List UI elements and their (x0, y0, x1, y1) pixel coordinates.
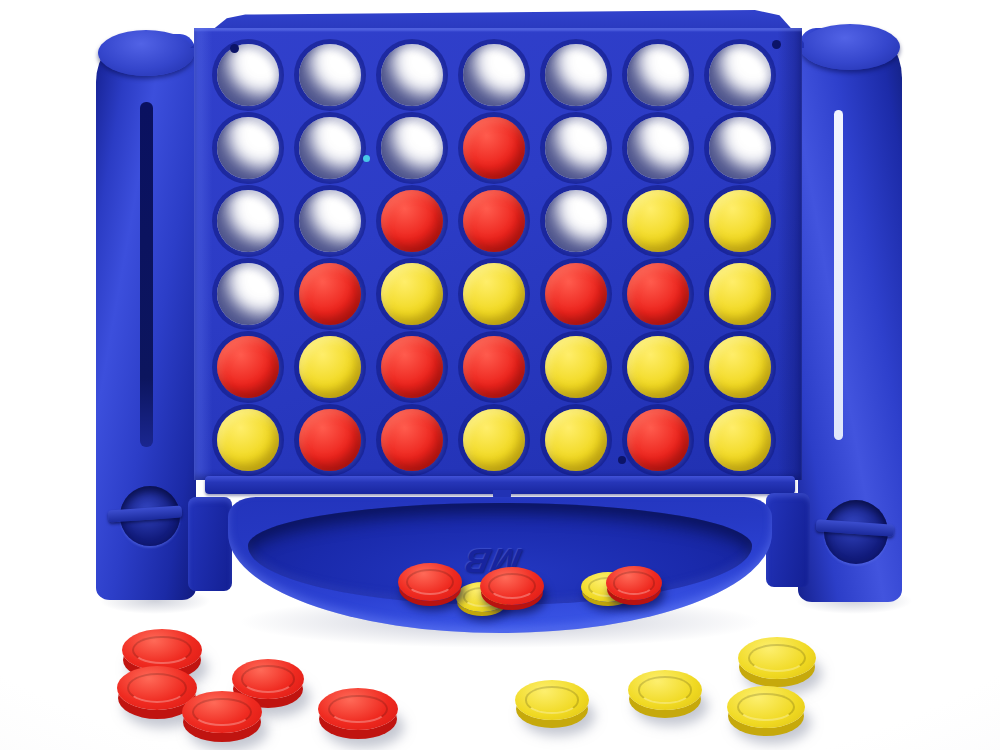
yellow-disc (381, 263, 443, 325)
fold-rail (205, 476, 795, 494)
red-disc[interactable] (318, 688, 398, 730)
board (194, 28, 802, 480)
cell-r6c4[interactable] (453, 403, 535, 476)
red-disc (463, 190, 525, 252)
red-disc (381, 409, 443, 471)
empty-hole (217, 263, 279, 325)
empty-hole (545, 117, 607, 179)
cell-r4c5[interactable] (535, 257, 617, 330)
red-disc[interactable] (232, 659, 304, 699)
red-disc (463, 117, 525, 179)
cell-r3c3[interactable] (371, 184, 453, 257)
empty-hole (217, 117, 279, 179)
red-disc[interactable] (122, 629, 202, 671)
empty-hole (627, 44, 689, 106)
cell-r1c5[interactable] (535, 38, 617, 111)
red-disc[interactable] (606, 566, 662, 600)
yellow-disc (545, 336, 607, 398)
cell-r1c2[interactable] (289, 38, 371, 111)
empty-hole (627, 117, 689, 179)
right-hinge (766, 493, 810, 587)
cell-r3c5[interactable] (535, 184, 617, 257)
cell-r3c7[interactable] (699, 184, 781, 257)
red-disc (627, 409, 689, 471)
cell-r4c1[interactable] (207, 257, 289, 330)
cell-r4c3[interactable] (371, 257, 453, 330)
cell-r4c2[interactable] (289, 257, 371, 330)
cell-r3c2[interactable] (289, 184, 371, 257)
cell-r2c4[interactable] (453, 111, 535, 184)
cell-r4c4[interactable] (453, 257, 535, 330)
red-disc (545, 263, 607, 325)
empty-hole (217, 44, 279, 106)
cell-r5c4[interactable] (453, 330, 535, 403)
cell-r6c5[interactable] (535, 403, 617, 476)
red-disc (381, 190, 443, 252)
rim-pin-right (772, 40, 781, 49)
cell-r2c3[interactable] (371, 111, 453, 184)
cell-r4c6[interactable] (617, 257, 699, 330)
yellow-disc[interactable] (738, 637, 816, 679)
red-disc (217, 336, 279, 398)
yellow-disc[interactable] (628, 670, 702, 710)
cell-r5c1[interactable] (207, 330, 289, 403)
empty-hole (709, 44, 771, 106)
mold-speck (363, 155, 370, 162)
yellow-disc (545, 409, 607, 471)
cell-r5c3[interactable] (371, 330, 453, 403)
left-pillar-cap (98, 30, 194, 76)
yellow-disc (709, 336, 771, 398)
cell-r1c7[interactable] (699, 38, 781, 111)
cell-r3c6[interactable] (617, 184, 699, 257)
cell-r6c3[interactable] (371, 403, 453, 476)
board-grid (207, 38, 781, 476)
empty-hole (545, 190, 607, 252)
cell-r6c1[interactable] (207, 403, 289, 476)
empty-hole (299, 117, 361, 179)
red-disc (463, 336, 525, 398)
cell-r5c5[interactable] (535, 330, 617, 403)
left-pillar (96, 34, 196, 600)
cell-r6c7[interactable] (699, 403, 781, 476)
cell-r2c5[interactable] (535, 111, 617, 184)
empty-hole (463, 44, 525, 106)
mold-pinhole (618, 456, 626, 464)
yellow-disc[interactable] (515, 680, 589, 720)
empty-hole (381, 117, 443, 179)
yellow-disc (709, 190, 771, 252)
cell-r2c6[interactable] (617, 111, 699, 184)
cell-r1c1[interactable] (207, 38, 289, 111)
cell-r2c7[interactable] (699, 111, 781, 184)
cell-r1c6[interactable] (617, 38, 699, 111)
right-pillar-cap (800, 24, 900, 70)
red-disc (299, 409, 361, 471)
empty-hole (299, 190, 361, 252)
empty-hole (299, 44, 361, 106)
yellow-disc (217, 409, 279, 471)
cell-r6c2[interactable] (289, 403, 371, 476)
right-pillar (798, 28, 902, 602)
red-disc[interactable] (182, 691, 262, 733)
cell-r1c3[interactable] (371, 38, 453, 111)
rim-pin-left (230, 44, 239, 53)
yellow-disc (627, 336, 689, 398)
cell-r2c1[interactable] (207, 111, 289, 184)
yellow-disc (709, 263, 771, 325)
empty-hole (545, 44, 607, 106)
red-disc[interactable] (398, 563, 462, 601)
yellow-disc (299, 336, 361, 398)
empty-hole (381, 44, 443, 106)
left-pillar-slot (140, 102, 153, 447)
red-disc (381, 336, 443, 398)
connect-four-scene: MB (0, 0, 1000, 750)
empty-hole (217, 190, 279, 252)
red-disc (627, 263, 689, 325)
cell-r4c7[interactable] (699, 257, 781, 330)
yellow-disc[interactable] (727, 686, 805, 728)
yellow-disc (627, 190, 689, 252)
red-disc (299, 263, 361, 325)
cell-r5c6[interactable] (617, 330, 699, 403)
yellow-disc (463, 409, 525, 471)
red-disc[interactable] (480, 567, 544, 605)
left-hinge (188, 497, 232, 591)
right-pillar-slot (834, 110, 843, 440)
cell-r2c2[interactable] (289, 111, 371, 184)
cell-r1c4[interactable] (453, 38, 535, 111)
cell-r6c6[interactable] (617, 403, 699, 476)
empty-hole (709, 117, 771, 179)
cell-r3c4[interactable] (453, 184, 535, 257)
cell-r3c1[interactable] (207, 184, 289, 257)
yellow-disc (463, 263, 525, 325)
yellow-disc (709, 409, 771, 471)
cell-r5c7[interactable] (699, 330, 781, 403)
cell-r5c2[interactable] (289, 330, 371, 403)
